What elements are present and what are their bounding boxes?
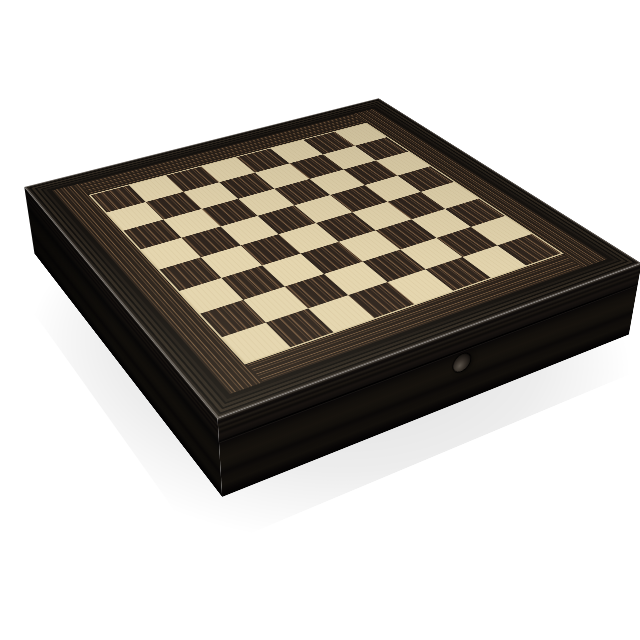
drawer-knob[interactable] — [453, 351, 471, 374]
chess-box — [35, 159, 629, 497]
